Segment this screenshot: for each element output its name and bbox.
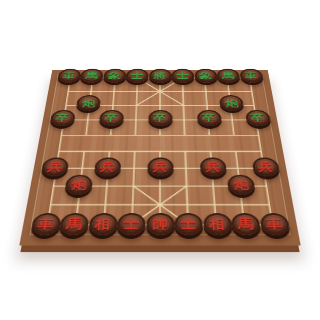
piece-red-cannon[interactable]: 炮	[64, 175, 93, 195]
piece-green-elephant[interactable]: 象	[103, 68, 126, 82]
piece-red-horse[interactable]: 馬	[231, 213, 262, 235]
piece-red-general[interactable]: 帥	[146, 213, 174, 235]
piece-green-cannon[interactable]: 炮	[219, 95, 244, 110]
piece-green-cannon[interactable]: 炮	[76, 95, 101, 110]
piece-green-soldier[interactable]: 卒	[98, 110, 123, 126]
piece-green-horse[interactable]: 馬	[80, 68, 104, 82]
piece-green-elephant[interactable]: 象	[194, 68, 217, 82]
pieces-layer: 車馬象士將士象馬車炮炮卒卒卒卒卒兵兵兵兵兵炮炮車馬相士帥士相馬車	[29, 74, 291, 236]
piece-green-chariot[interactable]: 車	[57, 68, 81, 82]
piece-red-soldier[interactable]: 兵	[147, 157, 173, 176]
piece-green-general[interactable]: 將	[149, 68, 172, 82]
piece-red-soldier[interactable]: 兵	[199, 157, 226, 176]
piece-red-soldier[interactable]: 兵	[251, 157, 280, 176]
piece-red-horse[interactable]: 馬	[59, 213, 90, 235]
piece-red-chariot[interactable]: 車	[259, 213, 290, 235]
piece-green-soldier[interactable]: 卒	[244, 110, 270, 126]
piece-green-advisor[interactable]: 士	[126, 68, 149, 82]
piece-red-elephant[interactable]: 相	[202, 213, 232, 235]
piece-green-soldier[interactable]: 卒	[196, 110, 221, 126]
piece-red-soldier[interactable]: 兵	[40, 157, 69, 176]
piece-red-advisor[interactable]: 士	[174, 213, 203, 235]
piece-red-soldier[interactable]: 兵	[94, 157, 121, 176]
piece-green-chariot[interactable]: 車	[239, 68, 263, 82]
photo-stage: 車馬象士將士象馬車炮炮卒卒卒卒卒兵兵兵兵兵炮炮車馬相士帥士相馬車	[0, 0, 320, 320]
piece-green-horse[interactable]: 馬	[216, 68, 240, 82]
piece-green-soldier[interactable]: 卒	[148, 110, 172, 126]
piece-red-cannon[interactable]: 炮	[227, 175, 256, 195]
piece-red-elephant[interactable]: 相	[88, 213, 118, 235]
piece-green-advisor[interactable]: 士	[171, 68, 194, 82]
piece-red-advisor[interactable]: 士	[117, 213, 146, 235]
piece-green-soldier[interactable]: 卒	[49, 110, 75, 126]
piece-red-chariot[interactable]: 車	[30, 213, 61, 235]
xiangqi-board[interactable]: 車馬象士將士象馬車炮炮卒卒卒卒卒兵兵兵兵兵炮炮車馬相士帥士相馬車	[19, 70, 300, 246]
